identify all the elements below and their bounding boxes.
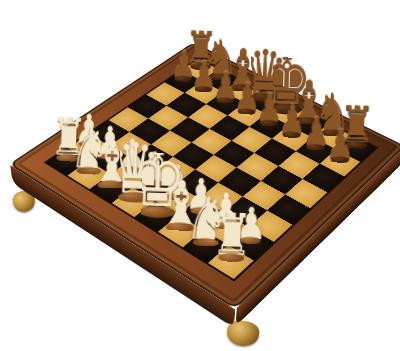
chess-board[interactable]: ♜♟♟♜♞♟♟♞♝♟♟♝♛♟♟♛♚♟♟♚♝♟♟♝♞♟♟♞♜♟♟♜ [44, 58, 379, 282]
pawn-glyph: ♟ [326, 126, 356, 164]
scene: ♜♟♟♜♞♟♟♞♝♟♟♝♛♟♟♛♚♟♟♚♝♟♟♝♞♟♟♞♜♟♟♜ [0, 0, 400, 351]
chess-set-photo: ♜♟♟♜♞♟♟♞♝♟♟♝♛♟♟♛♚♟♟♚♝♟♟♝♞♟♟♞♜♟♟♜ [0, 0, 400, 351]
rook-glyph: ♜ [211, 208, 254, 262]
piece-black-pawn-h7[interactable]: ♟ [325, 104, 356, 164]
piece-white-rook-h1[interactable]: ♜ [214, 195, 249, 262]
square-h1[interactable]: ♜ [208, 245, 254, 279]
chess-board-box: ♜♟♟♜♞♟♟♞♝♟♟♝♛♟♟♛♚♟♟♚♝♟♟♝♞♟♟♞♜♟♟♜ [9, 42, 400, 309]
